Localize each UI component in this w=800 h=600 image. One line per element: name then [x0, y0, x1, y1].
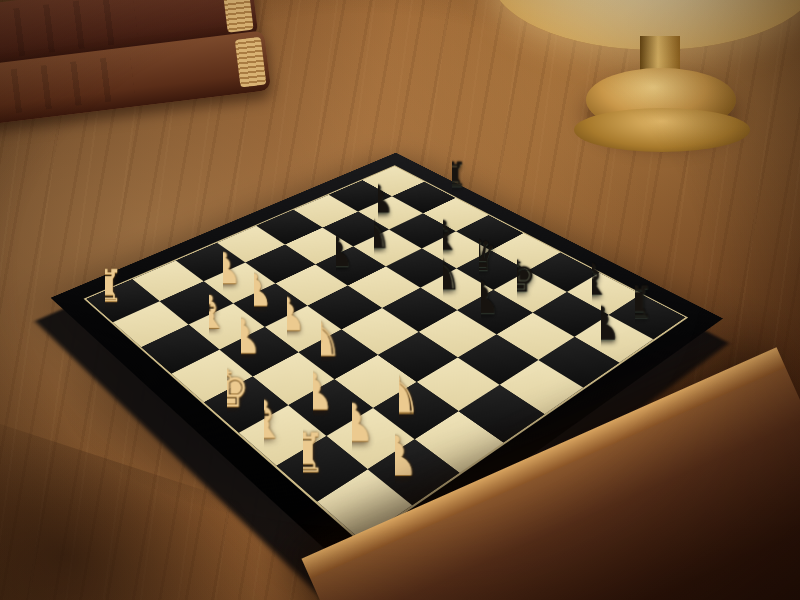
square-a1[interactable]: ♜ — [86, 279, 159, 322]
book-pages-edge — [235, 37, 267, 88]
brass-lamp — [490, 0, 800, 200]
book-pages-edge — [222, 0, 254, 33]
stacked-books — [0, 0, 278, 150]
square-g5[interactable] — [458, 334, 538, 384]
photo-scene: ♝♜♟♝♛♚♟♞♞♟♟♟♟♟♞♞♝♟♟♟♟♜♚♝♜ ♜ — [0, 0, 800, 600]
book-spine — [0, 55, 135, 117]
lamp-base-rim — [574, 108, 750, 152]
